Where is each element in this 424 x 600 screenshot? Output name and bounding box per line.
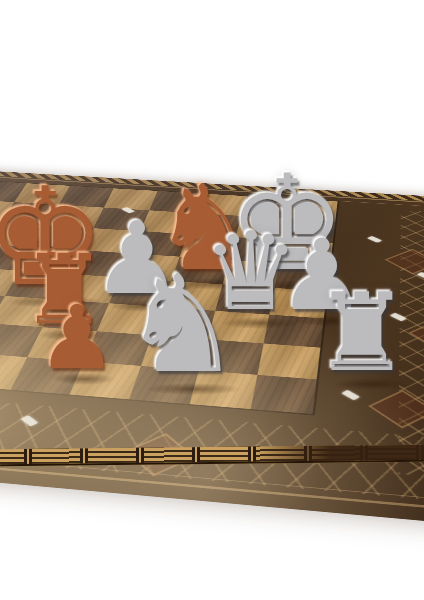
silver-rook-glyph: ♜ — [308, 279, 416, 387]
piece-ground-shadow — [332, 378, 410, 390]
piece-ground-shadow — [52, 373, 115, 385]
copper-pawn-glyph: ♟ — [33, 294, 121, 382]
board-square — [251, 375, 317, 414]
chess-piece-silver-knight[interactable]: ♞ — [115, 257, 250, 392]
chess-piece-copper-pawn[interactable]: ♟ — [33, 294, 121, 382]
photo-stage: ♚♜♟♞♟♞♛♚♟♜ — [0, 0, 424, 600]
chess-piece-silver-rook[interactable]: ♜ — [308, 279, 416, 387]
piece-ground-shadow — [144, 383, 241, 395]
silver-knight-glyph: ♞ — [115, 257, 250, 392]
